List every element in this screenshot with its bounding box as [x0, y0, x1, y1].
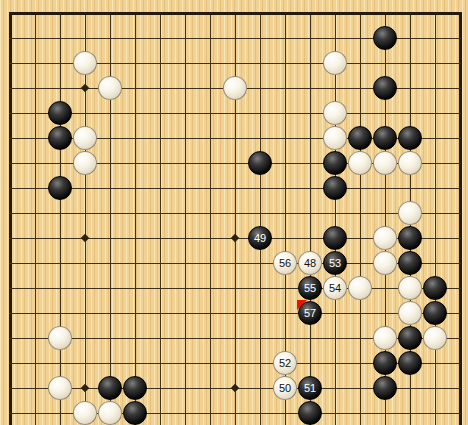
stone-white — [323, 51, 347, 75]
move-number-label: 54 — [329, 283, 341, 294]
move-number-label: 53 — [329, 258, 341, 269]
stone-white — [98, 401, 122, 425]
stone-black — [423, 276, 447, 300]
star-point — [81, 384, 89, 392]
stone-black — [373, 351, 397, 375]
stone-black: 55 — [298, 276, 322, 300]
stone-black — [48, 101, 72, 125]
move-number-label: 52 — [279, 358, 291, 369]
star-point — [231, 384, 239, 392]
stone-white — [373, 251, 397, 275]
stone-black — [398, 251, 422, 275]
go-board[interactable]: 49564853555457525051 — [0, 0, 468, 425]
stone-black: 49 — [248, 226, 272, 250]
stone-white — [373, 226, 397, 250]
stone-black: 53 — [323, 251, 347, 275]
stone-black — [373, 26, 397, 50]
stone-white — [398, 301, 422, 325]
stone-white — [348, 151, 372, 175]
stone-white — [223, 76, 247, 100]
stone-white — [73, 401, 97, 425]
stone-white: 48 — [298, 251, 322, 275]
stone-white — [98, 76, 122, 100]
grid-line — [9, 113, 461, 114]
stone-white: 56 — [273, 251, 297, 275]
stone-black — [398, 126, 422, 150]
stone-black — [123, 376, 147, 400]
stone-black: 57 — [298, 301, 322, 325]
move-number-label: 55 — [304, 283, 316, 294]
stone-black — [123, 401, 147, 425]
last-move-marker — [297, 300, 307, 310]
stone-white — [73, 126, 97, 150]
star-point — [81, 84, 89, 92]
move-number-label: 51 — [304, 383, 316, 394]
stone-black — [48, 176, 72, 200]
stone-black — [373, 376, 397, 400]
stone-white: 50 — [273, 376, 297, 400]
star-point — [231, 234, 239, 242]
stone-black — [323, 226, 347, 250]
stone-black — [348, 126, 372, 150]
stone-white — [373, 326, 397, 350]
stone-white — [373, 151, 397, 175]
stone-black — [373, 126, 397, 150]
star-point — [81, 234, 89, 242]
grid-line — [9, 213, 461, 214]
grid-line — [9, 188, 461, 189]
move-number-label: 50 — [279, 383, 291, 394]
stone-black — [48, 126, 72, 150]
stone-white — [73, 151, 97, 175]
stone-white — [323, 126, 347, 150]
stone-white — [398, 201, 422, 225]
stone-white — [48, 376, 72, 400]
stone-black — [298, 401, 322, 425]
stone-black — [98, 376, 122, 400]
stone-white: 54 — [323, 276, 347, 300]
stone-white — [73, 51, 97, 75]
stone-white — [423, 326, 447, 350]
stone-white — [323, 101, 347, 125]
stone-white — [48, 326, 72, 350]
stone-white — [398, 276, 422, 300]
stone-black — [248, 151, 272, 175]
move-number-label: 48 — [304, 258, 316, 269]
stone-black: 51 — [298, 376, 322, 400]
stone-black — [323, 176, 347, 200]
grid-line — [9, 288, 461, 289]
grid-line — [9, 12, 461, 15]
stone-white — [348, 276, 372, 300]
stone-black — [398, 351, 422, 375]
stone-black — [398, 326, 422, 350]
stone-black — [398, 226, 422, 250]
stone-white — [398, 151, 422, 175]
stone-black — [423, 301, 447, 325]
stone-white: 52 — [273, 351, 297, 375]
stone-black — [323, 151, 347, 175]
move-number-label: 49 — [254, 233, 266, 244]
move-number-label: 56 — [279, 258, 291, 269]
grid-line — [9, 313, 461, 314]
stone-black — [373, 76, 397, 100]
